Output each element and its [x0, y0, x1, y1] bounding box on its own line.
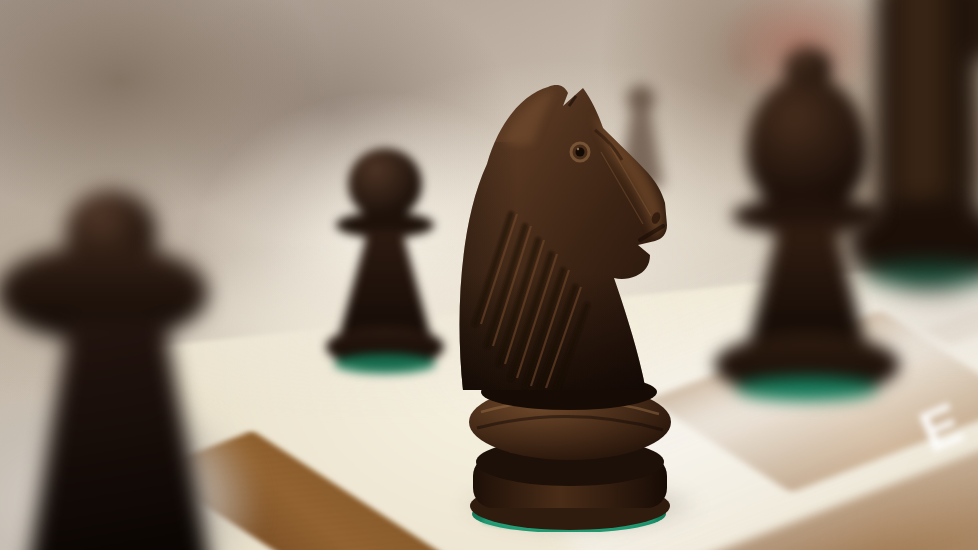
black-pawn-piece: [320, 140, 450, 385]
bishop-body: [742, 225, 872, 347]
green-felt-base: [736, 377, 878, 401]
black-bishop-piece: [702, 45, 912, 417]
green-felt-base: [334, 354, 436, 374]
black-knight-piece: [443, 72, 703, 532]
queen-body: [20, 317, 220, 550]
pawn-body: [338, 230, 432, 340]
chess-macro-photo: E: [0, 0, 978, 550]
black-queen-piece: [0, 185, 250, 550]
knight-base: [469, 374, 671, 532]
knight-head: [443, 85, 703, 392]
pawn-head: [348, 148, 422, 220]
bishop-mitre: [746, 75, 868, 215]
